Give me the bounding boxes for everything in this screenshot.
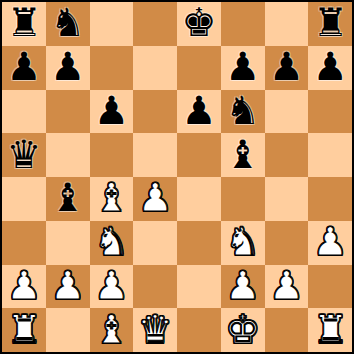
square-h7[interactable]: ♟ [308,46,352,90]
square-a7[interactable]: ♟ [2,46,46,90]
square-b6[interactable] [46,90,90,134]
square-c4[interactable]: ♝ [90,177,134,221]
square-h4[interactable] [308,177,352,221]
square-e6[interactable]: ♟ [177,90,221,134]
square-f7[interactable]: ♟ [221,46,265,90]
square-f1[interactable]: ♚ [221,308,265,352]
square-c7[interactable] [90,46,134,90]
black-pawn-piece[interactable]: ♟ [50,47,85,86]
square-f2[interactable]: ♟ [221,265,265,309]
square-e8[interactable]: ♚ [177,2,221,46]
square-e7[interactable] [177,46,221,90]
square-f3[interactable]: ♞ [221,221,265,265]
square-f6[interactable]: ♞ [221,90,265,134]
black-rook-piece[interactable]: ♜ [6,3,41,42]
square-h5[interactable] [308,133,352,177]
square-a8[interactable]: ♜ [2,2,46,46]
square-g3[interactable] [265,221,309,265]
square-d5[interactable] [133,133,177,177]
square-c1[interactable]: ♝ [90,308,134,352]
black-pawn-piece[interactable]: ♟ [225,47,260,86]
black-pawn-piece[interactable]: ♟ [313,47,348,86]
square-g6[interactable] [265,90,309,134]
square-e1[interactable] [177,308,221,352]
square-a3[interactable] [2,221,46,265]
square-d2[interactable] [133,265,177,309]
square-d6[interactable] [133,90,177,134]
square-c8[interactable] [90,2,134,46]
square-b3[interactable] [46,221,90,265]
black-king-piece[interactable]: ♚ [181,3,216,42]
black-rook-piece[interactable]: ♜ [313,3,348,42]
black-pawn-piece[interactable]: ♟ [181,91,216,130]
square-e2[interactable] [177,265,221,309]
white-pawn-piece[interactable]: ♟ [138,178,173,217]
black-knight-piece[interactable]: ♞ [225,91,260,130]
square-e4[interactable] [177,177,221,221]
square-g5[interactable] [265,133,309,177]
white-knight-piece[interactable]: ♞ [225,222,260,261]
square-b5[interactable] [46,133,90,177]
square-d4[interactable]: ♟ [133,177,177,221]
square-g7[interactable]: ♟ [265,46,309,90]
square-d8[interactable] [133,2,177,46]
white-bishop-piece[interactable]: ♝ [94,178,129,217]
white-pawn-piece[interactable]: ♟ [269,266,304,305]
chess-board: ♜♞♚♜♟♟♟♟♟♟♟♞♛♝♝♝♟♞♞♟♟♟♟♟♟♜♝♛♚♜ [2,2,352,352]
square-b4[interactable]: ♝ [46,177,90,221]
white-pawn-piece[interactable]: ♟ [94,266,129,305]
square-f5[interactable]: ♝ [221,133,265,177]
square-h2[interactable] [308,265,352,309]
white-pawn-piece[interactable]: ♟ [313,222,348,261]
square-c5[interactable] [90,133,134,177]
square-h3[interactable]: ♟ [308,221,352,265]
black-bishop-piece[interactable]: ♝ [50,178,85,217]
white-rook-piece[interactable]: ♜ [6,310,41,349]
white-pawn-piece[interactable]: ♟ [6,266,41,305]
chess-board-frame: ♜♞♚♜♟♟♟♟♟♟♟♞♛♝♝♝♟♞♞♟♟♟♟♟♟♜♝♛♚♜ [0,0,354,354]
black-bishop-piece[interactable]: ♝ [225,135,260,174]
square-h6[interactable] [308,90,352,134]
square-b8[interactable]: ♞ [46,2,90,46]
white-bishop-piece[interactable]: ♝ [94,310,129,349]
square-b2[interactable]: ♟ [46,265,90,309]
black-queen-piece[interactable]: ♛ [6,135,41,174]
white-queen-piece[interactable]: ♛ [138,310,173,349]
white-pawn-piece[interactable]: ♟ [225,266,260,305]
square-a1[interactable]: ♜ [2,308,46,352]
square-c3[interactable]: ♞ [90,221,134,265]
black-knight-piece[interactable]: ♞ [50,3,85,42]
square-a5[interactable]: ♛ [2,133,46,177]
white-rook-piece[interactable]: ♜ [313,310,348,349]
square-d1[interactable]: ♛ [133,308,177,352]
square-f4[interactable] [221,177,265,221]
square-c6[interactable]: ♟ [90,90,134,134]
white-king-piece[interactable]: ♚ [225,310,260,349]
square-d3[interactable] [133,221,177,265]
square-f8[interactable] [221,2,265,46]
black-pawn-piece[interactable]: ♟ [269,47,304,86]
square-a4[interactable] [2,177,46,221]
white-pawn-piece[interactable]: ♟ [50,266,85,305]
square-a6[interactable] [2,90,46,134]
square-g4[interactable] [265,177,309,221]
square-b1[interactable] [46,308,90,352]
square-a2[interactable]: ♟ [2,265,46,309]
square-b7[interactable]: ♟ [46,46,90,90]
square-e3[interactable] [177,221,221,265]
white-knight-piece[interactable]: ♞ [94,222,129,261]
square-c2[interactable]: ♟ [90,265,134,309]
black-pawn-piece[interactable]: ♟ [6,47,41,86]
square-e5[interactable] [177,133,221,177]
square-h1[interactable]: ♜ [308,308,352,352]
black-pawn-piece[interactable]: ♟ [94,91,129,130]
square-g8[interactable] [265,2,309,46]
square-g2[interactable]: ♟ [265,265,309,309]
square-g1[interactable] [265,308,309,352]
square-d7[interactable] [133,46,177,90]
square-h8[interactable]: ♜ [308,2,352,46]
